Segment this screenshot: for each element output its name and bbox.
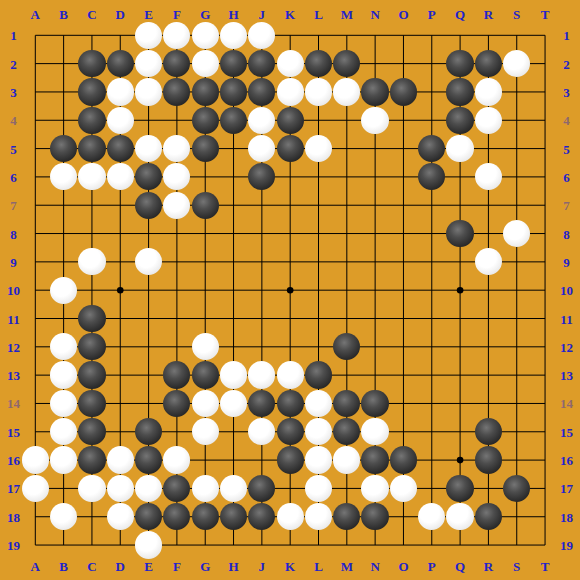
board-point-O5[interactable] bbox=[389, 134, 417, 162]
board-point-H15[interactable] bbox=[219, 418, 247, 446]
board-point-J18[interactable] bbox=[248, 502, 276, 530]
board-point-H18[interactable] bbox=[219, 502, 247, 530]
board-point-S17[interactable] bbox=[502, 474, 530, 502]
board-point-F6[interactable] bbox=[163, 163, 191, 191]
board-point-K14[interactable] bbox=[276, 389, 304, 417]
board-point-N6[interactable] bbox=[361, 163, 389, 191]
board-point-R11[interactable] bbox=[474, 304, 502, 332]
board-point-K9[interactable] bbox=[276, 248, 304, 276]
board-point-R12[interactable] bbox=[474, 333, 502, 361]
board-point-G9[interactable] bbox=[191, 248, 219, 276]
board-point-L1[interactable] bbox=[304, 21, 332, 49]
board-point-O3[interactable] bbox=[389, 78, 417, 106]
board-point-Q10[interactable] bbox=[446, 276, 474, 304]
board-point-H4[interactable] bbox=[219, 106, 247, 134]
board-point-H19[interactable] bbox=[219, 531, 247, 559]
board-point-J11[interactable] bbox=[248, 304, 276, 332]
board-point-E5[interactable] bbox=[134, 134, 162, 162]
board-point-C11[interactable] bbox=[78, 304, 106, 332]
board-point-A1[interactable] bbox=[21, 21, 49, 49]
board-point-H8[interactable] bbox=[219, 219, 247, 247]
board-point-B7[interactable] bbox=[49, 191, 77, 219]
board-point-H1[interactable] bbox=[219, 21, 247, 49]
board-point-T11[interactable] bbox=[531, 304, 559, 332]
board-point-A12[interactable] bbox=[21, 333, 49, 361]
board-point-Q9[interactable] bbox=[446, 248, 474, 276]
board-point-E1[interactable] bbox=[134, 21, 162, 49]
board-point-M19[interactable] bbox=[333, 531, 361, 559]
board-point-O12[interactable] bbox=[389, 333, 417, 361]
board-point-S3[interactable] bbox=[502, 78, 530, 106]
board-point-D9[interactable] bbox=[106, 248, 134, 276]
board-point-T18[interactable] bbox=[531, 502, 559, 530]
board-point-D17[interactable] bbox=[106, 474, 134, 502]
board-point-C7[interactable] bbox=[78, 191, 106, 219]
board-point-P7[interactable] bbox=[418, 191, 446, 219]
board-point-N14[interactable] bbox=[361, 389, 389, 417]
board-point-H2[interactable] bbox=[219, 49, 247, 77]
board-point-Q13[interactable] bbox=[446, 361, 474, 389]
board-point-O10[interactable] bbox=[389, 276, 417, 304]
board-point-B11[interactable] bbox=[49, 304, 77, 332]
board-point-G17[interactable] bbox=[191, 474, 219, 502]
board-point-B6[interactable] bbox=[49, 163, 77, 191]
board-point-H12[interactable] bbox=[219, 333, 247, 361]
board-point-P12[interactable] bbox=[418, 333, 446, 361]
board-point-R4[interactable] bbox=[474, 106, 502, 134]
board-point-H7[interactable] bbox=[219, 191, 247, 219]
board-point-C6[interactable] bbox=[78, 163, 106, 191]
board-point-M11[interactable] bbox=[333, 304, 361, 332]
board-point-G8[interactable] bbox=[191, 219, 219, 247]
board-point-A7[interactable] bbox=[21, 191, 49, 219]
board-point-T13[interactable] bbox=[531, 361, 559, 389]
board-point-M2[interactable] bbox=[333, 49, 361, 77]
board-point-N19[interactable] bbox=[361, 531, 389, 559]
board-point-F2[interactable] bbox=[163, 49, 191, 77]
board-point-C10[interactable] bbox=[78, 276, 106, 304]
board-point-O1[interactable] bbox=[389, 21, 417, 49]
board-point-G1[interactable] bbox=[191, 21, 219, 49]
board-point-J12[interactable] bbox=[248, 333, 276, 361]
board-point-T2[interactable] bbox=[531, 49, 559, 77]
board-point-Q19[interactable] bbox=[446, 531, 474, 559]
board-point-G15[interactable] bbox=[191, 418, 219, 446]
board-point-E8[interactable] bbox=[134, 219, 162, 247]
board-point-C19[interactable] bbox=[78, 531, 106, 559]
board-point-P1[interactable] bbox=[418, 21, 446, 49]
board-point-R2[interactable] bbox=[474, 49, 502, 77]
board-point-H6[interactable] bbox=[219, 163, 247, 191]
board-point-G12[interactable] bbox=[191, 333, 219, 361]
board-point-T7[interactable] bbox=[531, 191, 559, 219]
board-point-B5[interactable] bbox=[49, 134, 77, 162]
board-point-H9[interactable] bbox=[219, 248, 247, 276]
board-point-K4[interactable] bbox=[276, 106, 304, 134]
board-point-P4[interactable] bbox=[418, 106, 446, 134]
board-point-Q12[interactable] bbox=[446, 333, 474, 361]
board-point-F16[interactable] bbox=[163, 446, 191, 474]
board-point-L4[interactable] bbox=[304, 106, 332, 134]
board-point-N13[interactable] bbox=[361, 361, 389, 389]
board-point-S13[interactable] bbox=[502, 361, 530, 389]
board-point-B18[interactable] bbox=[49, 502, 77, 530]
board-point-T8[interactable] bbox=[531, 219, 559, 247]
board-point-G4[interactable] bbox=[191, 106, 219, 134]
board-point-A8[interactable] bbox=[21, 219, 49, 247]
board-point-Q17[interactable] bbox=[446, 474, 474, 502]
board-point-C3[interactable] bbox=[78, 78, 106, 106]
board-point-H16[interactable] bbox=[219, 446, 247, 474]
board-point-K12[interactable] bbox=[276, 333, 304, 361]
board-point-Q7[interactable] bbox=[446, 191, 474, 219]
board-point-L15[interactable] bbox=[304, 418, 332, 446]
board-point-G2[interactable] bbox=[191, 49, 219, 77]
board-point-G7[interactable] bbox=[191, 191, 219, 219]
board-point-E3[interactable] bbox=[134, 78, 162, 106]
board-point-G13[interactable] bbox=[191, 361, 219, 389]
board-point-B17[interactable] bbox=[49, 474, 77, 502]
board-point-F9[interactable] bbox=[163, 248, 191, 276]
board-point-D19[interactable] bbox=[106, 531, 134, 559]
board-point-L14[interactable] bbox=[304, 389, 332, 417]
board-point-H5[interactable] bbox=[219, 134, 247, 162]
board-point-D4[interactable] bbox=[106, 106, 134, 134]
board-point-O9[interactable] bbox=[389, 248, 417, 276]
board-point-J4[interactable] bbox=[248, 106, 276, 134]
board-point-B12[interactable] bbox=[49, 333, 77, 361]
board-point-D6[interactable] bbox=[106, 163, 134, 191]
board-point-N4[interactable] bbox=[361, 106, 389, 134]
board-point-E11[interactable] bbox=[134, 304, 162, 332]
board-point-D14[interactable] bbox=[106, 389, 134, 417]
board-point-J5[interactable] bbox=[248, 134, 276, 162]
board-point-C14[interactable] bbox=[78, 389, 106, 417]
board-point-D12[interactable] bbox=[106, 333, 134, 361]
board-point-M13[interactable] bbox=[333, 361, 361, 389]
board-point-D13[interactable] bbox=[106, 361, 134, 389]
board-point-S19[interactable] bbox=[502, 531, 530, 559]
board-point-P11[interactable] bbox=[418, 304, 446, 332]
board-point-F17[interactable] bbox=[163, 474, 191, 502]
board-point-R10[interactable] bbox=[474, 276, 502, 304]
board-point-F11[interactable] bbox=[163, 304, 191, 332]
board-point-K2[interactable] bbox=[276, 49, 304, 77]
board-point-B1[interactable] bbox=[49, 21, 77, 49]
board-point-Q5[interactable] bbox=[446, 134, 474, 162]
board-point-L2[interactable] bbox=[304, 49, 332, 77]
board-point-T10[interactable] bbox=[531, 276, 559, 304]
board-point-O6[interactable] bbox=[389, 163, 417, 191]
board-point-F10[interactable] bbox=[163, 276, 191, 304]
board-point-S18[interactable] bbox=[502, 502, 530, 530]
board-point-J13[interactable] bbox=[248, 361, 276, 389]
board-point-L5[interactable] bbox=[304, 134, 332, 162]
board-point-K6[interactable] bbox=[276, 163, 304, 191]
board-point-Q4[interactable] bbox=[446, 106, 474, 134]
board-point-J2[interactable] bbox=[248, 49, 276, 77]
board-point-O17[interactable] bbox=[389, 474, 417, 502]
board-point-O14[interactable] bbox=[389, 389, 417, 417]
board-point-P10[interactable] bbox=[418, 276, 446, 304]
board-point-K13[interactable] bbox=[276, 361, 304, 389]
board-point-M14[interactable] bbox=[333, 389, 361, 417]
board-point-S2[interactable] bbox=[502, 49, 530, 77]
board-point-A13[interactable] bbox=[21, 361, 49, 389]
board-point-E14[interactable] bbox=[134, 389, 162, 417]
board-point-L3[interactable] bbox=[304, 78, 332, 106]
board-point-B4[interactable] bbox=[49, 106, 77, 134]
board-point-N10[interactable] bbox=[361, 276, 389, 304]
board-point-M10[interactable] bbox=[333, 276, 361, 304]
board-point-A2[interactable] bbox=[21, 49, 49, 77]
board-point-B16[interactable] bbox=[49, 446, 77, 474]
board-point-J9[interactable] bbox=[248, 248, 276, 276]
board-point-A6[interactable] bbox=[21, 163, 49, 191]
board-point-M8[interactable] bbox=[333, 219, 361, 247]
board-point-E17[interactable] bbox=[134, 474, 162, 502]
board-point-R5[interactable] bbox=[474, 134, 502, 162]
board-point-L18[interactable] bbox=[304, 502, 332, 530]
board-point-C9[interactable] bbox=[78, 248, 106, 276]
board-point-S10[interactable] bbox=[502, 276, 530, 304]
board-point-J7[interactable] bbox=[248, 191, 276, 219]
board-point-D10[interactable] bbox=[106, 276, 134, 304]
board-point-A16[interactable] bbox=[21, 446, 49, 474]
board-point-H10[interactable] bbox=[219, 276, 247, 304]
board-point-P9[interactable] bbox=[418, 248, 446, 276]
board-point-J19[interactable] bbox=[248, 531, 276, 559]
board-point-R15[interactable] bbox=[474, 418, 502, 446]
board-point-T15[interactable] bbox=[531, 418, 559, 446]
board-point-F1[interactable] bbox=[163, 21, 191, 49]
board-point-J17[interactable] bbox=[248, 474, 276, 502]
board-points-grid[interactable] bbox=[21, 21, 559, 559]
board-point-A18[interactable] bbox=[21, 502, 49, 530]
board-point-M18[interactable] bbox=[333, 502, 361, 530]
board-point-J6[interactable] bbox=[248, 163, 276, 191]
board-point-D1[interactable] bbox=[106, 21, 134, 49]
board-point-P17[interactable] bbox=[418, 474, 446, 502]
board-point-L13[interactable] bbox=[304, 361, 332, 389]
board-point-B2[interactable] bbox=[49, 49, 77, 77]
board-point-O7[interactable] bbox=[389, 191, 417, 219]
board-point-B14[interactable] bbox=[49, 389, 77, 417]
board-point-F18[interactable] bbox=[163, 502, 191, 530]
board-point-E7[interactable] bbox=[134, 191, 162, 219]
board-point-A4[interactable] bbox=[21, 106, 49, 134]
board-point-R19[interactable] bbox=[474, 531, 502, 559]
board-point-B9[interactable] bbox=[49, 248, 77, 276]
board-point-P3[interactable] bbox=[418, 78, 446, 106]
board-point-M6[interactable] bbox=[333, 163, 361, 191]
board-point-T6[interactable] bbox=[531, 163, 559, 191]
board-point-A10[interactable] bbox=[21, 276, 49, 304]
board-point-N5[interactable] bbox=[361, 134, 389, 162]
board-point-T9[interactable] bbox=[531, 248, 559, 276]
board-point-L16[interactable] bbox=[304, 446, 332, 474]
board-point-J1[interactable] bbox=[248, 21, 276, 49]
board-point-J8[interactable] bbox=[248, 219, 276, 247]
board-point-K16[interactable] bbox=[276, 446, 304, 474]
board-point-K18[interactable] bbox=[276, 502, 304, 530]
board-point-Q2[interactable] bbox=[446, 49, 474, 77]
board-point-R7[interactable] bbox=[474, 191, 502, 219]
board-point-T5[interactable] bbox=[531, 134, 559, 162]
board-point-Q14[interactable] bbox=[446, 389, 474, 417]
board-point-O15[interactable] bbox=[389, 418, 417, 446]
board-point-A3[interactable] bbox=[21, 78, 49, 106]
board-point-M4[interactable] bbox=[333, 106, 361, 134]
board-point-D5[interactable] bbox=[106, 134, 134, 162]
board-point-L12[interactable] bbox=[304, 333, 332, 361]
board-point-B8[interactable] bbox=[49, 219, 77, 247]
board-point-G5[interactable] bbox=[191, 134, 219, 162]
board-point-N2[interactable] bbox=[361, 49, 389, 77]
board-point-H3[interactable] bbox=[219, 78, 247, 106]
board-point-N17[interactable] bbox=[361, 474, 389, 502]
board-point-T12[interactable] bbox=[531, 333, 559, 361]
board-point-M3[interactable] bbox=[333, 78, 361, 106]
board-point-R3[interactable] bbox=[474, 78, 502, 106]
board-point-L8[interactable] bbox=[304, 219, 332, 247]
board-point-A17[interactable] bbox=[21, 474, 49, 502]
board-point-R8[interactable] bbox=[474, 219, 502, 247]
board-point-M15[interactable] bbox=[333, 418, 361, 446]
board-point-K17[interactable] bbox=[276, 474, 304, 502]
board-point-E2[interactable] bbox=[134, 49, 162, 77]
board-point-G19[interactable] bbox=[191, 531, 219, 559]
board-point-O19[interactable] bbox=[389, 531, 417, 559]
board-point-G16[interactable] bbox=[191, 446, 219, 474]
board-point-J10[interactable] bbox=[248, 276, 276, 304]
board-point-M1[interactable] bbox=[333, 21, 361, 49]
board-point-L6[interactable] bbox=[304, 163, 332, 191]
board-point-O16[interactable] bbox=[389, 446, 417, 474]
board-point-S14[interactable] bbox=[502, 389, 530, 417]
board-point-N1[interactable] bbox=[361, 21, 389, 49]
board-point-K8[interactable] bbox=[276, 219, 304, 247]
board-point-T14[interactable] bbox=[531, 389, 559, 417]
board-point-P8[interactable] bbox=[418, 219, 446, 247]
board-point-C18[interactable] bbox=[78, 502, 106, 530]
board-point-D2[interactable] bbox=[106, 49, 134, 77]
board-point-N7[interactable] bbox=[361, 191, 389, 219]
board-point-N15[interactable] bbox=[361, 418, 389, 446]
board-point-O8[interactable] bbox=[389, 219, 417, 247]
board-point-J16[interactable] bbox=[248, 446, 276, 474]
board-point-E4[interactable] bbox=[134, 106, 162, 134]
board-point-R9[interactable] bbox=[474, 248, 502, 276]
board-point-E13[interactable] bbox=[134, 361, 162, 389]
board-point-A9[interactable] bbox=[21, 248, 49, 276]
board-point-H11[interactable] bbox=[219, 304, 247, 332]
board-point-H17[interactable] bbox=[219, 474, 247, 502]
board-point-D11[interactable] bbox=[106, 304, 134, 332]
board-point-O2[interactable] bbox=[389, 49, 417, 77]
board-point-F15[interactable] bbox=[163, 418, 191, 446]
board-point-K7[interactable] bbox=[276, 191, 304, 219]
board-point-L19[interactable] bbox=[304, 531, 332, 559]
board-point-P6[interactable] bbox=[418, 163, 446, 191]
board-point-P14[interactable] bbox=[418, 389, 446, 417]
board-point-G3[interactable] bbox=[191, 78, 219, 106]
board-point-A15[interactable] bbox=[21, 418, 49, 446]
board-point-K11[interactable] bbox=[276, 304, 304, 332]
board-point-E19[interactable] bbox=[134, 531, 162, 559]
board-point-A11[interactable] bbox=[21, 304, 49, 332]
board-point-R14[interactable] bbox=[474, 389, 502, 417]
board-point-S9[interactable] bbox=[502, 248, 530, 276]
board-point-C5[interactable] bbox=[78, 134, 106, 162]
board-point-P13[interactable] bbox=[418, 361, 446, 389]
board-point-S15[interactable] bbox=[502, 418, 530, 446]
board-point-B3[interactable] bbox=[49, 78, 77, 106]
board-point-N9[interactable] bbox=[361, 248, 389, 276]
board-point-T19[interactable] bbox=[531, 531, 559, 559]
board-point-T16[interactable] bbox=[531, 446, 559, 474]
board-point-E12[interactable] bbox=[134, 333, 162, 361]
board-point-O11[interactable] bbox=[389, 304, 417, 332]
board-point-R1[interactable] bbox=[474, 21, 502, 49]
board-point-N8[interactable] bbox=[361, 219, 389, 247]
board-point-S11[interactable] bbox=[502, 304, 530, 332]
board-point-M16[interactable] bbox=[333, 446, 361, 474]
board-point-D3[interactable] bbox=[106, 78, 134, 106]
board-point-A19[interactable] bbox=[21, 531, 49, 559]
board-point-F8[interactable] bbox=[163, 219, 191, 247]
board-point-M17[interactable] bbox=[333, 474, 361, 502]
board-point-G10[interactable] bbox=[191, 276, 219, 304]
board-point-K5[interactable] bbox=[276, 134, 304, 162]
board-point-N18[interactable] bbox=[361, 502, 389, 530]
board-point-R13[interactable] bbox=[474, 361, 502, 389]
board-point-D18[interactable] bbox=[106, 502, 134, 530]
board-point-B13[interactable] bbox=[49, 361, 77, 389]
board-point-K19[interactable] bbox=[276, 531, 304, 559]
board-point-M7[interactable] bbox=[333, 191, 361, 219]
board-point-N11[interactable] bbox=[361, 304, 389, 332]
board-point-G18[interactable] bbox=[191, 502, 219, 530]
board-point-S4[interactable] bbox=[502, 106, 530, 134]
board-point-Q18[interactable] bbox=[446, 502, 474, 530]
board-point-B15[interactable] bbox=[49, 418, 77, 446]
board-point-E10[interactable] bbox=[134, 276, 162, 304]
board-point-D8[interactable] bbox=[106, 219, 134, 247]
board-point-N3[interactable] bbox=[361, 78, 389, 106]
board-point-C15[interactable] bbox=[78, 418, 106, 446]
board-point-L11[interactable] bbox=[304, 304, 332, 332]
board-point-E16[interactable] bbox=[134, 446, 162, 474]
board-point-P16[interactable] bbox=[418, 446, 446, 474]
board-point-D7[interactable] bbox=[106, 191, 134, 219]
board-point-P5[interactable] bbox=[418, 134, 446, 162]
board-point-D16[interactable] bbox=[106, 446, 134, 474]
board-point-F13[interactable] bbox=[163, 361, 191, 389]
board-point-G6[interactable] bbox=[191, 163, 219, 191]
board-point-P2[interactable] bbox=[418, 49, 446, 77]
board-point-J15[interactable] bbox=[248, 418, 276, 446]
board-point-M5[interactable] bbox=[333, 134, 361, 162]
board-point-S8[interactable] bbox=[502, 219, 530, 247]
board-point-F7[interactable] bbox=[163, 191, 191, 219]
board-point-C17[interactable] bbox=[78, 474, 106, 502]
board-point-E18[interactable] bbox=[134, 502, 162, 530]
board-point-S6[interactable] bbox=[502, 163, 530, 191]
board-point-T1[interactable] bbox=[531, 21, 559, 49]
board-point-F4[interactable] bbox=[163, 106, 191, 134]
board-point-E15[interactable] bbox=[134, 418, 162, 446]
